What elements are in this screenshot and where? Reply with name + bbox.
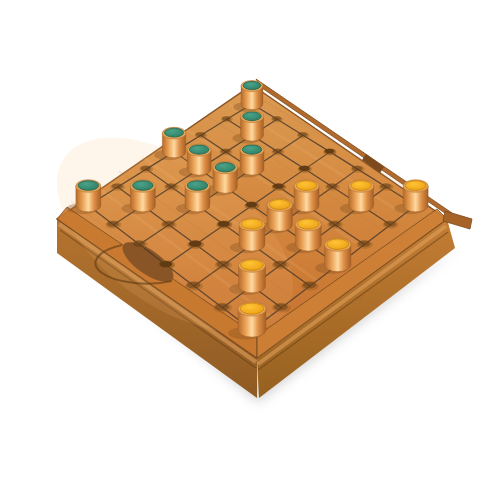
hole-r2c1[interactable] [219, 148, 232, 155]
hole-r6c3[interactable] [158, 260, 175, 269]
hole-r4c1[interactable] [164, 183, 179, 191]
hole-r1c4[interactable] [325, 183, 340, 191]
hole-r2c3[interactable] [272, 183, 287, 191]
hole-r1c6[interactable] [383, 221, 399, 229]
hole-r4c3[interactable] [216, 221, 232, 229]
hole-r5c4[interactable] [215, 260, 232, 269]
peg-top-yellow [296, 181, 317, 191]
game-scene [0, 0, 500, 500]
peg-top-yellow [327, 239, 349, 249]
peg-top-yellow [351, 181, 372, 191]
peg-top-yellow [297, 219, 319, 229]
hole-r6c2[interactable] [131, 240, 148, 249]
hole-r0c5[interactable] [379, 183, 394, 191]
peg-top-green [78, 181, 99, 191]
peg-top-yellow [269, 199, 290, 209]
hole-r2c6[interactable] [356, 240, 373, 249]
hole-r6c1[interactable] [106, 221, 122, 229]
hole-r5c6[interactable] [272, 303, 291, 313]
peg-top-yellow [240, 303, 264, 314]
peg-top-yellow [241, 219, 263, 229]
peg-top-green [242, 145, 262, 154]
hole-r4c5[interactable] [272, 260, 289, 269]
peg-top-yellow [405, 181, 426, 191]
hole-r0c4[interactable] [351, 166, 365, 173]
peg-green-r3c0[interactable] [154, 127, 186, 160]
hole-r6c4[interactable] [185, 281, 203, 290]
hole-r4c6[interactable] [301, 281, 319, 290]
peg-top-green [133, 181, 154, 191]
hole-r6c5[interactable] [213, 303, 232, 313]
hole-r5c3[interactable] [187, 240, 204, 249]
hole-r1c2[interactable] [271, 148, 284, 155]
hole-r2c0[interactable] [195, 132, 207, 138]
product-photo [0, 0, 500, 500]
hole-r2c5[interactable] [327, 221, 343, 229]
hole-r3c3[interactable] [244, 202, 259, 210]
peg-top-yellow [241, 260, 264, 271]
hole-r5c0[interactable] [111, 183, 126, 191]
hole-r0c1[interactable] [271, 116, 283, 122]
hole-r5c2[interactable] [161, 221, 177, 229]
hole-r0c2[interactable] [297, 132, 309, 138]
peg-top-green [189, 145, 209, 154]
peg-top-green [164, 128, 183, 137]
hole-r4c0[interactable] [139, 166, 153, 173]
hole-r0c3[interactable] [323, 148, 336, 155]
peg-top-green [215, 163, 235, 172]
hole-r1c3[interactable] [298, 166, 312, 173]
peg-top-green [243, 112, 262, 121]
peg-top-green [187, 181, 208, 191]
peg-top-green [243, 81, 261, 89]
hole-r1c0[interactable] [221, 116, 233, 122]
